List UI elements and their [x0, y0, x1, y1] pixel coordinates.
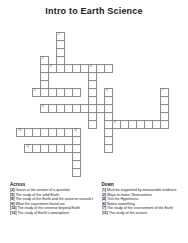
cell-number: 3 [50, 65, 52, 68]
crossword-grid: 123456789101112 [16, 32, 169, 177]
clue-item: [11] The study of the oceans [102, 211, 185, 216]
page-title: Intro to Earth Science [0, 6, 188, 16]
cell-number: 1 [58, 33, 60, 36]
clue-text: The study of the universe beyond Earth [17, 206, 80, 210]
clue-lists: Across [3] Guess at the answer of a ques… [10, 182, 184, 215]
cell-number: 10 [18, 129, 21, 132]
across-clues-column: Across [3] Guess at the answer of a ques… [10, 182, 93, 215]
down-clues-column: Down [1] Must be supported by measurable… [102, 182, 185, 215]
crossword-cell[interactable] [104, 64, 113, 73]
cell-number: 9 [114, 121, 116, 124]
crossword-cell[interactable] [104, 144, 113, 153]
clue-text: The study of the oceans [109, 211, 147, 215]
cell-number: 7 [162, 89, 164, 92]
clue-text: The study of the solid Earth [15, 193, 59, 197]
clue-text: What the experiment found out [15, 202, 64, 206]
cell-number: 5 [34, 89, 36, 92]
cell-number: 2 [42, 57, 44, 60]
cell-number: 8 [42, 105, 44, 108]
clue-number: [11] [102, 211, 109, 215]
cell-number: 12 [26, 145, 29, 148]
clue-item: [12] The study of Earth's atmosphere [10, 211, 93, 216]
clue-text: The study of the Earth and the universe … [15, 197, 92, 201]
cell-number: 11 [74, 129, 77, 132]
crossword-cell[interactable] [72, 88, 81, 97]
cell-number: 6 [106, 89, 108, 92]
clue-text: Test the Hypothesis [107, 197, 138, 201]
crossword-cell[interactable] [72, 168, 81, 177]
clue-text: The study of Earth's atmosphere [17, 211, 69, 215]
down-clue-list: [1] Must be supported by measurable evid… [102, 188, 185, 215]
clue-text: Guess at the answer of a question [15, 188, 70, 192]
across-clue-list: [3] Guess at the answer of a question[5]… [10, 188, 93, 215]
clue-text: The study of the environment of the Eart… [107, 206, 173, 210]
crossword-cell[interactable] [88, 120, 97, 129]
cell-number: 4 [90, 65, 92, 68]
clue-text: Ways to make Observations [107, 193, 152, 197]
crossword-page: Intro to Earth Science 123456789101112 A… [0, 0, 188, 243]
crossword-cell[interactable] [160, 120, 169, 129]
clue-text: Must be supported by measurable evidence [107, 188, 177, 192]
clue-text: Notice something [107, 202, 135, 206]
